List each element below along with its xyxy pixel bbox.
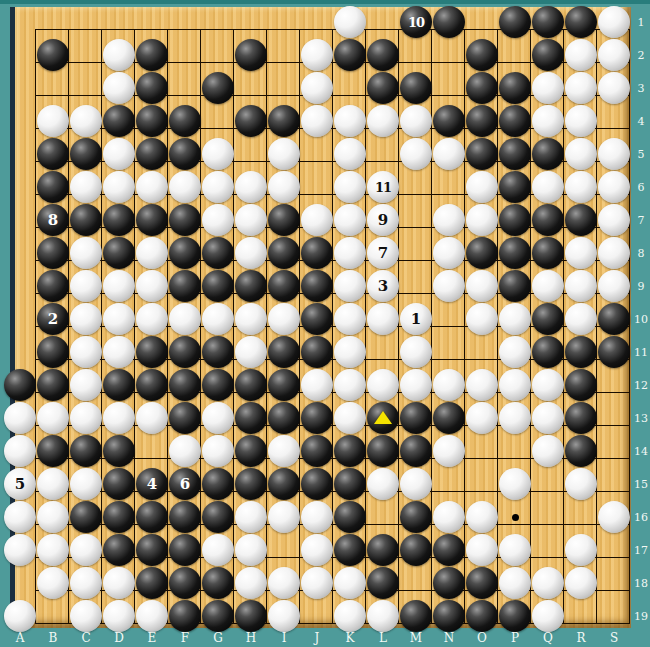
- black-stone-D4[interactable]: [103, 105, 135, 137]
- white-stone-B18[interactable]: [37, 567, 69, 599]
- white-stone-Q6[interactable]: [532, 171, 564, 203]
- white-stone-S7[interactable]: [598, 204, 630, 236]
- black-stone-I4[interactable]: [268, 105, 300, 137]
- black-stone-L13[interactable]: [367, 402, 399, 434]
- white-stone-K18[interactable]: [334, 567, 366, 599]
- black-stone-P4[interactable]: [499, 105, 531, 137]
- black-stone-C14[interactable]: [70, 435, 102, 467]
- black-stone-H4[interactable]: [235, 105, 267, 137]
- black-stone-P3[interactable]: [499, 72, 531, 104]
- black-stone-G8[interactable]: [202, 237, 234, 269]
- black-stone-P5[interactable]: [499, 138, 531, 170]
- white-stone-I6[interactable]: [268, 171, 300, 203]
- white-stone-N12[interactable]: [433, 369, 465, 401]
- white-stone-K8[interactable]: [334, 237, 366, 269]
- black-stone-P9[interactable]: [499, 270, 531, 302]
- white-stone-S2[interactable]: [598, 39, 630, 71]
- white-stone-Q18[interactable]: [532, 567, 564, 599]
- black-stone-D15[interactable]: [103, 468, 135, 500]
- white-stone-F6[interactable]: [169, 171, 201, 203]
- white-stone-H17[interactable]: [235, 534, 267, 566]
- white-stone-O12[interactable]: [466, 369, 498, 401]
- white-stone-G6[interactable]: [202, 171, 234, 203]
- white-stone-N16[interactable]: [433, 501, 465, 533]
- black-stone-I13[interactable]: [268, 402, 300, 434]
- black-stone-F4[interactable]: [169, 105, 201, 137]
- black-stone-Q5[interactable]: [532, 138, 564, 170]
- white-stone-Q14[interactable]: [532, 435, 564, 467]
- black-stone-E18[interactable]: [136, 567, 168, 599]
- white-stone-H16[interactable]: [235, 501, 267, 533]
- black-stone-I8[interactable]: [268, 237, 300, 269]
- black-stone-N4[interactable]: [433, 105, 465, 137]
- black-stone-M1[interactable]: 10: [400, 6, 432, 38]
- black-stone-R13[interactable]: [565, 402, 597, 434]
- white-stone-J7[interactable]: [301, 204, 333, 236]
- white-stone-L7[interactable]: 9: [367, 204, 399, 236]
- black-stone-K2[interactable]: [334, 39, 366, 71]
- black-stone-O4[interactable]: [466, 105, 498, 137]
- stones-grid[interactable]: 1011897321546: [4, 6, 631, 633]
- white-stone-S16[interactable]: [598, 501, 630, 533]
- black-stone-D17[interactable]: [103, 534, 135, 566]
- black-stone-J10[interactable]: [301, 303, 333, 335]
- black-stone-B11[interactable]: [37, 336, 69, 368]
- black-stone-F11[interactable]: [169, 336, 201, 368]
- black-stone-L17[interactable]: [367, 534, 399, 566]
- black-stone-K15[interactable]: [334, 468, 366, 500]
- black-stone-H9[interactable]: [235, 270, 267, 302]
- black-stone-Q1[interactable]: [532, 6, 564, 38]
- white-stone-S9[interactable]: [598, 270, 630, 302]
- white-stone-D19[interactable]: [103, 600, 135, 632]
- white-stone-G14[interactable]: [202, 435, 234, 467]
- black-stone-R14[interactable]: [565, 435, 597, 467]
- black-stone-E2[interactable]: [136, 39, 168, 71]
- black-stone-F5[interactable]: [169, 138, 201, 170]
- white-stone-J4[interactable]: [301, 105, 333, 137]
- white-stone-R8[interactable]: [565, 237, 597, 269]
- black-stone-B8[interactable]: [37, 237, 69, 269]
- black-stone-F9[interactable]: [169, 270, 201, 302]
- black-stone-I7[interactable]: [268, 204, 300, 236]
- white-stone-S5[interactable]: [598, 138, 630, 170]
- black-stone-N18[interactable]: [433, 567, 465, 599]
- black-stone-L2[interactable]: [367, 39, 399, 71]
- white-stone-A16[interactable]: [4, 501, 36, 533]
- black-stone-I11[interactable]: [268, 336, 300, 368]
- white-stone-D13[interactable]: [103, 402, 135, 434]
- row-label-19: 19: [634, 610, 648, 623]
- white-stone-C17[interactable]: [70, 534, 102, 566]
- white-stone-R17[interactable]: [565, 534, 597, 566]
- black-stone-I15[interactable]: [268, 468, 300, 500]
- white-stone-H6[interactable]: [235, 171, 267, 203]
- white-stone-S6[interactable]: [598, 171, 630, 203]
- white-stone-J16[interactable]: [301, 501, 333, 533]
- black-stone-D8[interactable]: [103, 237, 135, 269]
- white-stone-B13[interactable]: [37, 402, 69, 434]
- white-stone-C9[interactable]: [70, 270, 102, 302]
- white-stone-K9[interactable]: [334, 270, 366, 302]
- black-stone-C5[interactable]: [70, 138, 102, 170]
- black-stone-P1[interactable]: [499, 6, 531, 38]
- black-stone-O18[interactable]: [466, 567, 498, 599]
- white-stone-P13[interactable]: [499, 402, 531, 434]
- black-stone-Q10[interactable]: [532, 303, 564, 335]
- white-stone-P11[interactable]: [499, 336, 531, 368]
- white-stone-I18[interactable]: [268, 567, 300, 599]
- black-stone-M16[interactable]: [400, 501, 432, 533]
- white-stone-D2[interactable]: [103, 39, 135, 71]
- white-stone-R18[interactable]: [565, 567, 597, 599]
- white-stone-G7[interactable]: [202, 204, 234, 236]
- white-stone-P12[interactable]: [499, 369, 531, 401]
- black-stone-O8[interactable]: [466, 237, 498, 269]
- white-stone-S3[interactable]: [598, 72, 630, 104]
- black-stone-R12[interactable]: [565, 369, 597, 401]
- white-stone-K13[interactable]: [334, 402, 366, 434]
- black-stone-N1[interactable]: [433, 6, 465, 38]
- black-stone-N17[interactable]: [433, 534, 465, 566]
- white-stone-Q3[interactable]: [532, 72, 564, 104]
- black-stone-O5[interactable]: [466, 138, 498, 170]
- row-label-2: 2: [638, 49, 645, 62]
- white-stone-B16[interactable]: [37, 501, 69, 533]
- black-stone-B6[interactable]: [37, 171, 69, 203]
- white-stone-R10[interactable]: [565, 303, 597, 335]
- black-stone-F18[interactable]: [169, 567, 201, 599]
- white-stone-S8[interactable]: [598, 237, 630, 269]
- row-label-10: 10: [634, 313, 648, 326]
- white-stone-G5[interactable]: [202, 138, 234, 170]
- white-stone-C13[interactable]: [70, 402, 102, 434]
- black-stone-R7[interactable]: [565, 204, 597, 236]
- white-stone-C18[interactable]: [70, 567, 102, 599]
- black-stone-J8[interactable]: [301, 237, 333, 269]
- white-stone-O16[interactable]: [466, 501, 498, 533]
- black-stone-Q7[interactable]: [532, 204, 564, 236]
- white-stone-P18[interactable]: [499, 567, 531, 599]
- white-stone-D11[interactable]: [103, 336, 135, 368]
- white-stone-E13[interactable]: [136, 402, 168, 434]
- black-stone-Q11[interactable]: [532, 336, 564, 368]
- white-stone-B4[interactable]: [37, 105, 69, 137]
- move-number-label: 11: [375, 181, 391, 194]
- white-stone-I16[interactable]: [268, 501, 300, 533]
- white-stone-M10[interactable]: 1: [400, 303, 432, 335]
- white-stone-Q19[interactable]: [532, 600, 564, 632]
- white-stone-A17[interactable]: [4, 534, 36, 566]
- white-stone-L4[interactable]: [367, 105, 399, 137]
- white-stone-R6[interactable]: [565, 171, 597, 203]
- white-stone-C4[interactable]: [70, 105, 102, 137]
- white-stone-R4[interactable]: [565, 105, 597, 137]
- white-stone-D6[interactable]: [103, 171, 135, 203]
- white-stone-P17[interactable]: [499, 534, 531, 566]
- black-stone-C7[interactable]: [70, 204, 102, 236]
- black-stone-B10[interactable]: 2: [37, 303, 69, 335]
- black-stone-F16[interactable]: [169, 501, 201, 533]
- black-stone-G12[interactable]: [202, 369, 234, 401]
- white-stone-O13[interactable]: [466, 402, 498, 434]
- black-stone-Q8[interactable]: [532, 237, 564, 269]
- white-stone-J17[interactable]: [301, 534, 333, 566]
- col-label-Q: Q: [543, 631, 553, 645]
- row-label-3: 3: [638, 82, 645, 95]
- white-stone-J3[interactable]: [301, 72, 333, 104]
- black-stone-J13[interactable]: [301, 402, 333, 434]
- black-stone-I12[interactable]: [268, 369, 300, 401]
- black-stone-P7[interactable]: [499, 204, 531, 236]
- white-stone-C11[interactable]: [70, 336, 102, 368]
- black-stone-B9[interactable]: [37, 270, 69, 302]
- black-stone-M17[interactable]: [400, 534, 432, 566]
- black-stone-S10[interactable]: [598, 303, 630, 335]
- black-stone-D14[interactable]: [103, 435, 135, 467]
- white-stone-K10[interactable]: [334, 303, 366, 335]
- white-stone-M11[interactable]: [400, 336, 432, 368]
- white-stone-O9[interactable]: [466, 270, 498, 302]
- white-stone-C6[interactable]: [70, 171, 102, 203]
- white-stone-G13[interactable]: [202, 402, 234, 434]
- black-stone-F15[interactable]: 6: [169, 468, 201, 500]
- black-stone-E11[interactable]: [136, 336, 168, 368]
- white-stone-O6[interactable]: [466, 171, 498, 203]
- white-stone-N14[interactable]: [433, 435, 465, 467]
- white-stone-F10[interactable]: [169, 303, 201, 335]
- black-stone-O2[interactable]: [466, 39, 498, 71]
- white-stone-J12[interactable]: [301, 369, 333, 401]
- black-stone-B14[interactable]: [37, 435, 69, 467]
- col-label-A: A: [16, 631, 25, 645]
- white-stone-L12[interactable]: [367, 369, 399, 401]
- black-stone-O3[interactable]: [466, 72, 498, 104]
- white-stone-D3[interactable]: [103, 72, 135, 104]
- col-label-O: O: [477, 631, 487, 645]
- white-stone-F14[interactable]: [169, 435, 201, 467]
- white-stone-H18[interactable]: [235, 567, 267, 599]
- white-stone-A15[interactable]: 5: [4, 468, 36, 500]
- white-stone-C10[interactable]: [70, 303, 102, 335]
- black-stone-L3[interactable]: [367, 72, 399, 104]
- black-stone-G11[interactable]: [202, 336, 234, 368]
- white-stone-O7[interactable]: [466, 204, 498, 236]
- black-stone-J14[interactable]: [301, 435, 333, 467]
- black-stone-F12[interactable]: [169, 369, 201, 401]
- black-stone-H19[interactable]: [235, 600, 267, 632]
- black-stone-S11[interactable]: [598, 336, 630, 368]
- black-stone-E4[interactable]: [136, 105, 168, 137]
- white-stone-H11[interactable]: [235, 336, 267, 368]
- black-stone-A12[interactable]: [4, 369, 36, 401]
- black-stone-M3[interactable]: [400, 72, 432, 104]
- white-stone-Q9[interactable]: [532, 270, 564, 302]
- black-stone-P19[interactable]: [499, 600, 531, 632]
- col-label-J: J: [315, 631, 320, 645]
- row-label-9: 9: [638, 280, 645, 293]
- white-stone-D10[interactable]: [103, 303, 135, 335]
- white-stone-G10[interactable]: [202, 303, 234, 335]
- black-stone-B12[interactable]: [37, 369, 69, 401]
- white-stone-B17[interactable]: [37, 534, 69, 566]
- white-stone-N8[interactable]: [433, 237, 465, 269]
- black-stone-H12[interactable]: [235, 369, 267, 401]
- black-stone-E16[interactable]: [136, 501, 168, 533]
- black-stone-J11[interactable]: [301, 336, 333, 368]
- black-stone-B7[interactable]: 8: [37, 204, 69, 236]
- white-stone-E8[interactable]: [136, 237, 168, 269]
- black-stone-N13[interactable]: [433, 402, 465, 434]
- white-stone-E6[interactable]: [136, 171, 168, 203]
- white-stone-D9[interactable]: [103, 270, 135, 302]
- black-stone-F19[interactable]: [169, 600, 201, 632]
- black-stone-D7[interactable]: [103, 204, 135, 236]
- white-stone-K19[interactable]: [334, 600, 366, 632]
- white-stone-E9[interactable]: [136, 270, 168, 302]
- white-stone-I10[interactable]: [268, 303, 300, 335]
- black-stone-H14[interactable]: [235, 435, 267, 467]
- black-stone-D12[interactable]: [103, 369, 135, 401]
- white-stone-J2[interactable]: [301, 39, 333, 71]
- black-stone-K17[interactable]: [334, 534, 366, 566]
- white-stone-I19[interactable]: [268, 600, 300, 632]
- white-stone-A19[interactable]: [4, 600, 36, 632]
- black-stone-G9[interactable]: [202, 270, 234, 302]
- white-stone-L19[interactable]: [367, 600, 399, 632]
- black-stone-M13[interactable]: [400, 402, 432, 434]
- white-stone-C15[interactable]: [70, 468, 102, 500]
- black-stone-R11[interactable]: [565, 336, 597, 368]
- black-stone-M19[interactable]: [400, 600, 432, 632]
- white-stone-O17[interactable]: [466, 534, 498, 566]
- black-stone-B2[interactable]: [37, 39, 69, 71]
- white-stone-A14[interactable]: [4, 435, 36, 467]
- white-stone-R9[interactable]: [565, 270, 597, 302]
- black-stone-R1[interactable]: [565, 6, 597, 38]
- white-stone-B15[interactable]: [37, 468, 69, 500]
- black-stone-G3[interactable]: [202, 72, 234, 104]
- col-label-P: P: [511, 631, 519, 645]
- white-stone-K4[interactable]: [334, 105, 366, 137]
- white-stone-K1[interactable]: [334, 6, 366, 38]
- white-stone-A13[interactable]: [4, 402, 36, 434]
- black-stone-F7[interactable]: [169, 204, 201, 236]
- black-stone-H2[interactable]: [235, 39, 267, 71]
- white-stone-D5[interactable]: [103, 138, 135, 170]
- white-stone-N9[interactable]: [433, 270, 465, 302]
- white-stone-Q13[interactable]: [532, 402, 564, 434]
- black-stone-E5[interactable]: [136, 138, 168, 170]
- black-stone-P8[interactable]: [499, 237, 531, 269]
- white-stone-N7[interactable]: [433, 204, 465, 236]
- white-stone-H8[interactable]: [235, 237, 267, 269]
- white-stone-H10[interactable]: [235, 303, 267, 335]
- move-number-label: 6: [180, 477, 190, 492]
- black-stone-F17[interactable]: [169, 534, 201, 566]
- white-stone-K11[interactable]: [334, 336, 366, 368]
- black-stone-I9[interactable]: [268, 270, 300, 302]
- white-stone-R15[interactable]: [565, 468, 597, 500]
- black-stone-E3[interactable]: [136, 72, 168, 104]
- white-stone-I5[interactable]: [268, 138, 300, 170]
- black-stone-Q2[interactable]: [532, 39, 564, 71]
- black-stone-E15[interactable]: 4: [136, 468, 168, 500]
- white-stone-O10[interactable]: [466, 303, 498, 335]
- black-stone-O19[interactable]: [466, 600, 498, 632]
- black-stone-K14[interactable]: [334, 435, 366, 467]
- black-stone-J15[interactable]: [301, 468, 333, 500]
- black-stone-D16[interactable]: [103, 501, 135, 533]
- black-stone-E17[interactable]: [136, 534, 168, 566]
- white-stone-D18[interactable]: [103, 567, 135, 599]
- white-stone-N5[interactable]: [433, 138, 465, 170]
- black-stone-N19[interactable]: [433, 600, 465, 632]
- white-stone-P15[interactable]: [499, 468, 531, 500]
- black-stone-H13[interactable]: [235, 402, 267, 434]
- black-stone-E7[interactable]: [136, 204, 168, 236]
- white-stone-L6[interactable]: 11: [367, 171, 399, 203]
- white-stone-J18[interactable]: [301, 567, 333, 599]
- white-stone-L10[interactable]: [367, 303, 399, 335]
- black-stone-M14[interactable]: [400, 435, 432, 467]
- white-stone-L8[interactable]: 7: [367, 237, 399, 269]
- white-stone-E19[interactable]: [136, 600, 168, 632]
- black-stone-C16[interactable]: [70, 501, 102, 533]
- black-stone-G18[interactable]: [202, 567, 234, 599]
- white-stone-I14[interactable]: [268, 435, 300, 467]
- black-stone-L14[interactable]: [367, 435, 399, 467]
- white-stone-M12[interactable]: [400, 369, 432, 401]
- black-stone-H15[interactable]: [235, 468, 267, 500]
- white-stone-R2[interactable]: [565, 39, 597, 71]
- white-stone-C12[interactable]: [70, 369, 102, 401]
- black-stone-G15[interactable]: [202, 468, 234, 500]
- white-stone-M5[interactable]: [400, 138, 432, 170]
- white-stone-H7[interactable]: [235, 204, 267, 236]
- white-stone-Q12[interactable]: [532, 369, 564, 401]
- black-stone-K16[interactable]: [334, 501, 366, 533]
- white-stone-E10[interactable]: [136, 303, 168, 335]
- white-stone-P10[interactable]: [499, 303, 531, 335]
- white-stone-M15[interactable]: [400, 468, 432, 500]
- white-stone-G17[interactable]: [202, 534, 234, 566]
- white-stone-K7[interactable]: [334, 204, 366, 236]
- black-stone-G19[interactable]: [202, 600, 234, 632]
- black-stone-G16[interactable]: [202, 501, 234, 533]
- white-stone-L15[interactable]: [367, 468, 399, 500]
- move-number-label: 9: [378, 213, 388, 228]
- black-stone-L18[interactable]: [367, 567, 399, 599]
- white-stone-R5[interactable]: [565, 138, 597, 170]
- black-stone-F8[interactable]: [169, 237, 201, 269]
- white-stone-M4[interactable]: [400, 105, 432, 137]
- white-stone-Q4[interactable]: [532, 105, 564, 137]
- white-stone-K12[interactable]: [334, 369, 366, 401]
- black-stone-F13[interactable]: [169, 402, 201, 434]
- white-stone-C19[interactable]: [70, 600, 102, 632]
- black-stone-P6[interactable]: [499, 171, 531, 203]
- white-stone-C8[interactable]: [70, 237, 102, 269]
- white-stone-S1[interactable]: [598, 6, 630, 38]
- black-stone-J9[interactable]: [301, 270, 333, 302]
- black-stone-E12[interactable]: [136, 369, 168, 401]
- white-stone-K5[interactable]: [334, 138, 366, 170]
- white-stone-K6[interactable]: [334, 171, 366, 203]
- black-stone-B5[interactable]: [37, 138, 69, 170]
- white-stone-L9[interactable]: 3: [367, 270, 399, 302]
- white-stone-R3[interactable]: [565, 72, 597, 104]
